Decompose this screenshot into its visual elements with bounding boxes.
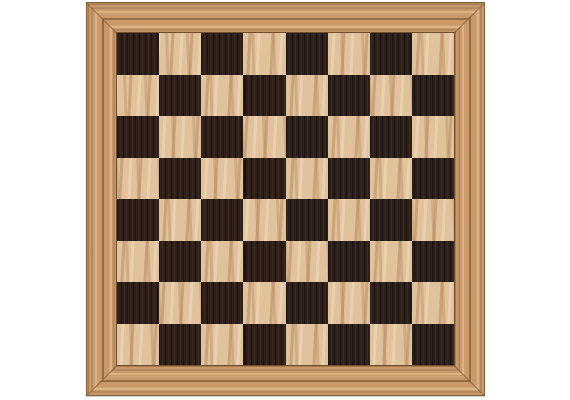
board-square [370,282,412,324]
board-frame-top [87,3,484,33]
board-square [159,324,201,366]
board-square [328,324,370,366]
board-square [328,199,370,241]
board-square [117,116,159,158]
board-square [201,199,243,241]
board-square [159,75,201,117]
board-frame-left [87,3,117,395]
board-square [117,75,159,117]
board-square [412,241,454,283]
board-square [201,116,243,158]
board-square [201,158,243,200]
board-square [243,199,285,241]
board-square [117,158,159,200]
board-square [328,33,370,75]
product-photo [0,0,570,400]
board-square [117,33,159,75]
board-square [159,199,201,241]
board-square [243,241,285,283]
board-square [328,241,370,283]
board-square [201,33,243,75]
board-square [370,241,412,283]
board-square [328,282,370,324]
board-square [243,158,285,200]
board-square [286,75,328,117]
board-square [412,158,454,200]
board-square [412,199,454,241]
board-square [286,199,328,241]
board-square [159,158,201,200]
board-square [370,199,412,241]
board-grid [117,33,454,365]
board-square [286,116,328,158]
board-square [117,241,159,283]
board-square [412,116,454,158]
board-square [412,324,454,366]
board-square [243,116,285,158]
board-square [117,282,159,324]
board-square [412,75,454,117]
board-square [412,282,454,324]
board-square [243,33,285,75]
playing-area [116,32,455,366]
board-square [117,199,159,241]
board-square [328,75,370,117]
board-square [243,324,285,366]
chess-board [86,2,485,396]
board-square [412,33,454,75]
board-square [159,33,201,75]
board-square [286,324,328,366]
board-square [201,75,243,117]
board-square [370,116,412,158]
board-square [201,241,243,283]
board-square [286,158,328,200]
board-square [159,282,201,324]
board-square [201,282,243,324]
board-square [370,158,412,200]
board-square [370,75,412,117]
board-square [370,324,412,366]
board-square [286,282,328,324]
board-square [286,33,328,75]
board-square [328,158,370,200]
board-square [328,116,370,158]
board-square [201,324,243,366]
board-square [159,241,201,283]
board-frame-bottom [87,365,484,395]
board-square [243,75,285,117]
board-square [117,324,159,366]
board-square [243,282,285,324]
board-square [370,33,412,75]
board-square [286,241,328,283]
board-square [159,116,201,158]
board-frame-right [454,3,484,395]
